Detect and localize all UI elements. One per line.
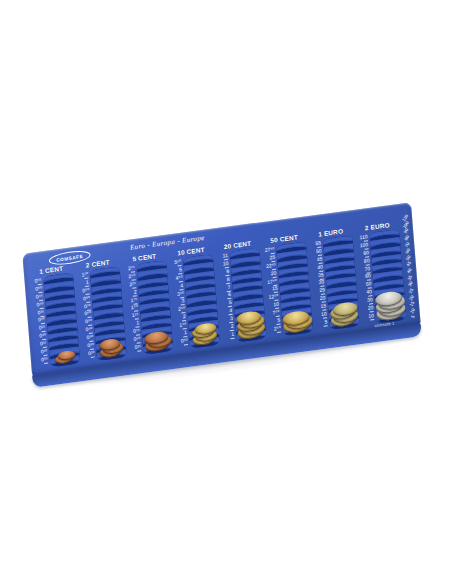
rim-scale-mark: 60 (405, 248, 411, 254)
coin-channel (230, 248, 267, 343)
column-body: 0⁵⁵0⁵⁰0⁴⁵0⁴⁰0³⁵0³⁰0²⁵0²⁰0¹⁵0¹⁰0⁰⁵ (29, 271, 81, 372)
rim-scale-mark: 25 (408, 288, 414, 294)
scale-mark: 0²⁵ (134, 344, 141, 352)
scale-tick (277, 331, 281, 333)
rim-scale-mark: 15 (409, 301, 415, 307)
scale-mark: 1 (230, 332, 235, 340)
rim-scale-mark: 5 (411, 315, 416, 319)
column-1-cent: 1 CENT0⁵⁵0⁵⁰0⁴⁵0⁴⁰0³⁵0³⁰0²⁵0²⁰0¹⁵0¹⁰0⁰⁵ (29, 262, 82, 372)
coin-channel (323, 235, 360, 330)
scale-tick (184, 344, 188, 346)
scale-tick (137, 350, 141, 352)
column-body: 110100908070605040302010 (355, 228, 407, 329)
rim-scale-mark: 10 (410, 308, 416, 314)
rim-scale-mark: 80 (404, 235, 410, 241)
column-body: 1¹⁰10⁹⁰0⁸⁰0⁷⁰0⁶⁰0⁵⁰0⁴⁰0³⁰0²⁰0¹⁰ (76, 265, 128, 366)
rim-scale-mark: 40 (407, 268, 413, 274)
scale-mark: 2⁵⁰ (274, 325, 281, 333)
coin-channel (43, 273, 80, 368)
coin-channel (276, 241, 313, 336)
rim-scale-mark: 90 (404, 228, 410, 234)
scale-tick (91, 356, 95, 358)
scale-tick (324, 325, 328, 327)
column-5-cent: 5 CENT2⁷⁵2⁵⁰2²⁵21⁷⁵1⁵⁰1²⁵10⁷⁵0⁵⁰0²⁵ (122, 250, 175, 360)
coin-channel (136, 260, 173, 355)
column-body: 5⁵⁰54⁵⁰43⁵⁰32⁵⁰21⁵⁰10⁵⁰ (169, 253, 221, 354)
coin-tray: COMSAFE Euro - Europa - Europe 1 CENT0⁵⁵… (22, 202, 421, 388)
column-10-cent: 10 CENT5⁵⁰54⁵⁰43⁵⁰32⁵⁰21⁵⁰10⁵⁰ (168, 244, 221, 354)
column-body: 1110987654321 (216, 247, 268, 348)
column-body: 27⁵⁰2522⁵⁰2017⁵⁰1512⁵⁰107⁵⁰52⁵⁰ (262, 240, 314, 341)
scale-mark: 0⁰⁵ (41, 357, 48, 365)
scale-mark: 5 (323, 319, 328, 327)
scale-mark: 0¹⁰ (88, 350, 95, 358)
scale-mark: 10 (368, 313, 374, 321)
column-2-euro: 2 EURO110100908070605040302010 (355, 219, 408, 329)
column-1-euro: 1 EURO555045403530252015105 (308, 225, 361, 335)
coin-channel (369, 229, 406, 324)
column-50-cent: 50 CENT27⁵⁰2522⁵⁰2017⁵⁰1512⁵⁰107⁵⁰52⁵⁰ (261, 231, 314, 341)
coin-channel (90, 266, 127, 361)
product-photo: COMSAFE Euro - Europa - Europe 1 CENT0⁵⁵… (20, 150, 432, 450)
column-body: 555045403530252015105 (309, 234, 361, 335)
column-body: 2⁷⁵2⁵⁰2²⁵21⁷⁵1⁵⁰1²⁵10⁷⁵0⁵⁰0²⁵ (122, 259, 174, 360)
rim-scale-mark: 30 (408, 281, 414, 287)
column-2-cent: 2 CENT1¹⁰10⁹⁰0⁸⁰0⁷⁰0⁶⁰0⁵⁰0⁴⁰0³⁰0²⁰0¹⁰ (75, 256, 128, 366)
scale-tick (230, 338, 234, 340)
scale-mark: 0⁵⁰ (181, 338, 188, 346)
scale-tick (44, 362, 48, 364)
scale-tick (370, 319, 374, 321)
column-20-cent: 20 CENT1110987654321 (215, 238, 268, 348)
coin-channel (183, 254, 220, 349)
